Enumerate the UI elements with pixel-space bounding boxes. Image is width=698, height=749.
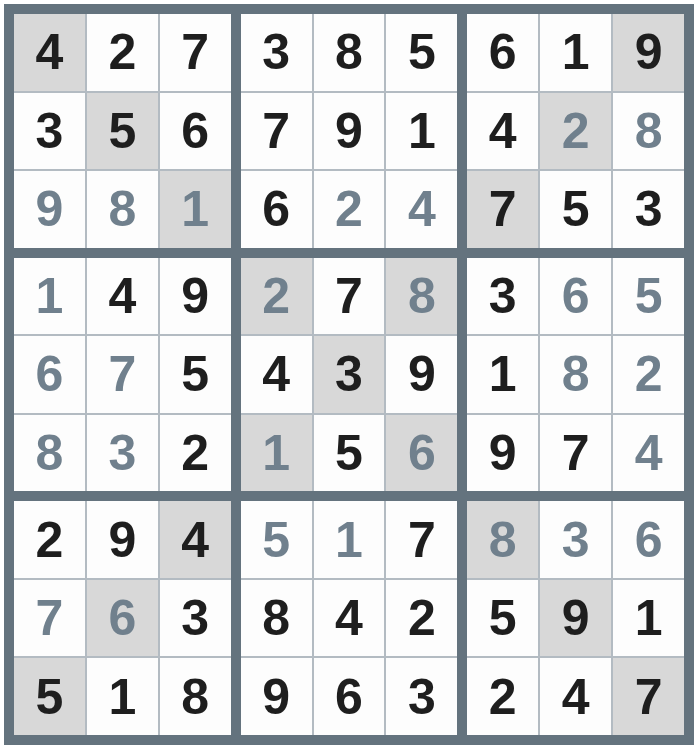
box-r2c2: 278439156 [241, 258, 458, 492]
cell-r8c4[interactable]: 8 [241, 580, 312, 657]
cell-r3c6[interactable]: 4 [386, 171, 457, 248]
page: 4273569813857916246194287531496758322784… [0, 0, 698, 749]
cell-r6c6[interactable]: 6 [386, 415, 457, 492]
cell-r6c5[interactable]: 5 [314, 415, 385, 492]
cell-r1c8[interactable]: 1 [540, 14, 611, 91]
cell-r7c5[interactable]: 1 [314, 501, 385, 578]
cell-r9c1[interactable]: 5 [14, 658, 85, 735]
box-r1c2: 385791624 [241, 14, 458, 248]
box-r3c1: 294763518 [14, 501, 231, 735]
cell-r3c8[interactable]: 5 [540, 171, 611, 248]
cell-r1c4[interactable]: 3 [241, 14, 312, 91]
sudoku-board: 4273569813857916246194287531496758322784… [4, 4, 694, 745]
cell-r5c2[interactable]: 7 [87, 336, 158, 413]
cell-r4c5[interactable]: 7 [314, 258, 385, 335]
cell-r7c2[interactable]: 9 [87, 501, 158, 578]
cell-r8c3[interactable]: 3 [160, 580, 231, 657]
cell-r1c9[interactable]: 9 [613, 14, 684, 91]
cell-r5c4[interactable]: 4 [241, 336, 312, 413]
cell-r1c1[interactable]: 4 [14, 14, 85, 91]
cell-r2c4[interactable]: 7 [241, 93, 312, 170]
cell-r9c4[interactable]: 9 [241, 658, 312, 735]
cell-r3c7[interactable]: 7 [467, 171, 538, 248]
cell-r9c3[interactable]: 8 [160, 658, 231, 735]
cell-r7c9[interactable]: 6 [613, 501, 684, 578]
cell-r2c7[interactable]: 4 [467, 93, 538, 170]
cell-r3c1[interactable]: 9 [14, 171, 85, 248]
cell-r6c1[interactable]: 8 [14, 415, 85, 492]
cell-r3c5[interactable]: 2 [314, 171, 385, 248]
cell-r5c6[interactable]: 9 [386, 336, 457, 413]
cell-r5c7[interactable]: 1 [467, 336, 538, 413]
cell-r5c9[interactable]: 2 [613, 336, 684, 413]
cell-r2c5[interactable]: 9 [314, 93, 385, 170]
box-r3c2: 517842963 [241, 501, 458, 735]
cell-r5c1[interactable]: 6 [14, 336, 85, 413]
cell-r7c7[interactable]: 8 [467, 501, 538, 578]
cell-r4c9[interactable]: 5 [613, 258, 684, 335]
cell-r2c2[interactable]: 5 [87, 93, 158, 170]
cell-r8c7[interactable]: 5 [467, 580, 538, 657]
cell-r6c2[interactable]: 3 [87, 415, 158, 492]
cell-r1c3[interactable]: 7 [160, 14, 231, 91]
cell-r7c8[interactable]: 3 [540, 501, 611, 578]
cell-r6c7[interactable]: 9 [467, 415, 538, 492]
cell-r4c3[interactable]: 9 [160, 258, 231, 335]
cell-r2c9[interactable]: 8 [613, 93, 684, 170]
cell-r3c2[interactable]: 8 [87, 171, 158, 248]
cell-r7c1[interactable]: 2 [14, 501, 85, 578]
cell-r8c5[interactable]: 4 [314, 580, 385, 657]
cell-r9c8[interactable]: 4 [540, 658, 611, 735]
cell-r8c9[interactable]: 1 [613, 580, 684, 657]
cell-r1c2[interactable]: 2 [87, 14, 158, 91]
cell-r2c3[interactable]: 6 [160, 93, 231, 170]
cell-r5c5[interactable]: 3 [314, 336, 385, 413]
cell-r1c5[interactable]: 8 [314, 14, 385, 91]
cell-r2c8[interactable]: 2 [540, 93, 611, 170]
cell-r6c3[interactable]: 2 [160, 415, 231, 492]
cell-r4c8[interactable]: 6 [540, 258, 611, 335]
cell-r7c6[interactable]: 7 [386, 501, 457, 578]
cell-r8c6[interactable]: 2 [386, 580, 457, 657]
cell-r2c1[interactable]: 3 [14, 93, 85, 170]
cell-r8c1[interactable]: 7 [14, 580, 85, 657]
cell-r7c4[interactable]: 5 [241, 501, 312, 578]
cell-r1c6[interactable]: 5 [386, 14, 457, 91]
box-r1c1: 427356981 [14, 14, 231, 248]
cell-r4c4[interactable]: 2 [241, 258, 312, 335]
cell-r9c9[interactable]: 7 [613, 658, 684, 735]
cell-r6c9[interactable]: 4 [613, 415, 684, 492]
cell-r3c9[interactable]: 3 [613, 171, 684, 248]
cell-r5c3[interactable]: 5 [160, 336, 231, 413]
cell-r2c6[interactable]: 1 [386, 93, 457, 170]
cell-r9c2[interactable]: 1 [87, 658, 158, 735]
cell-r6c4[interactable]: 1 [241, 415, 312, 492]
box-r1c3: 619428753 [467, 14, 684, 248]
cell-r8c8[interactable]: 9 [540, 580, 611, 657]
cell-r3c3[interactable]: 1 [160, 171, 231, 248]
cell-r6c8[interactable]: 7 [540, 415, 611, 492]
cell-r9c5[interactable]: 6 [314, 658, 385, 735]
cell-r7c3[interactable]: 4 [160, 501, 231, 578]
cell-r4c1[interactable]: 1 [14, 258, 85, 335]
cell-r4c7[interactable]: 3 [467, 258, 538, 335]
cell-r8c2[interactable]: 6 [87, 580, 158, 657]
cell-r3c4[interactable]: 6 [241, 171, 312, 248]
cell-r5c8[interactable]: 8 [540, 336, 611, 413]
box-r2c1: 149675832 [14, 258, 231, 492]
cell-r1c7[interactable]: 6 [467, 14, 538, 91]
cell-r4c6[interactable]: 8 [386, 258, 457, 335]
cell-r9c7[interactable]: 2 [467, 658, 538, 735]
cell-r4c2[interactable]: 4 [87, 258, 158, 335]
box-r2c3: 365182974 [467, 258, 684, 492]
box-r3c3: 836591247 [467, 501, 684, 735]
cell-r9c6[interactable]: 3 [386, 658, 457, 735]
